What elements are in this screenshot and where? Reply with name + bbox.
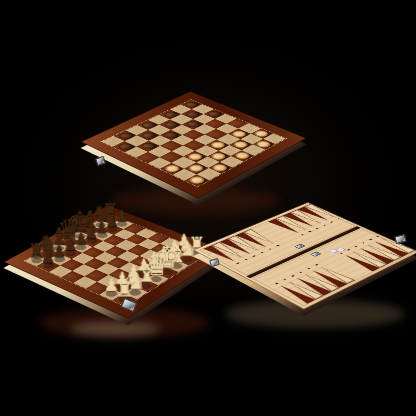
point-tip-dot: [307, 268, 310, 270]
point-tip-dot: [340, 252, 343, 254]
point-tip-dot: [268, 248, 271, 250]
backgammon-point-inner: [302, 273, 337, 291]
backgammon-point-light: [284, 280, 323, 300]
point-tip-dot: [330, 221, 333, 222]
point-tip-dot: [245, 259, 248, 261]
point-tip-dot: [276, 245, 279, 247]
backgammon-center-plate-icon: [310, 251, 321, 256]
point-tip-dot: [301, 234, 304, 236]
backgammon-point-inner: [318, 266, 353, 283]
point-tip-dot: [261, 252, 264, 254]
point-tip-dot: [369, 239, 372, 241]
backgammon-point-dark: [308, 268, 347, 287]
chess-piece-black-pawn: ♟: [34, 250, 62, 266]
dice-icon: [330, 250, 337, 253]
backgammon-point-light: [316, 265, 355, 284]
backgammon-point-light: [300, 272, 339, 292]
point-tip-dot: [315, 264, 318, 266]
chess-piece-white-rook: ♜: [110, 279, 140, 299]
checker-piece-dark: [205, 110, 223, 118]
point-tip-dot: [275, 283, 279, 285]
point-tip-dot: [283, 279, 287, 281]
point-tip-dot: [291, 275, 295, 277]
point-tip-dot: [308, 231, 311, 232]
point-tip-dot: [347, 249, 350, 251]
point-tip-dot: [323, 225, 326, 226]
checkers-square: [252, 139, 275, 150]
backgammon-center-plate-icon: [294, 244, 305, 249]
backgammon-point-light: [349, 250, 388, 268]
backgammon-point-inner: [350, 251, 385, 267]
checker-piece-light: [253, 129, 271, 137]
checkers-square: [160, 151, 184, 162]
product-photo-stage: ♜♞♝♛♚♝♞♜♟♟♟♟♟♟♟♟♟♟♟♟♟♟♟♟♜♞♝♛♚♝♞♜: [0, 0, 416, 416]
dice-icon: [338, 248, 345, 251]
backgammon-point-inner: [286, 281, 322, 299]
point-tip-dot: [354, 246, 357, 248]
chess-square: [82, 247, 105, 258]
point-tip-dot: [362, 242, 365, 244]
backgammon-point-dark: [292, 276, 331, 296]
backgammon-point-inner: [365, 244, 400, 260]
point-tip-dot: [337, 218, 340, 219]
point-tip-dot: [316, 228, 319, 229]
point-tip-dot: [236, 262, 239, 264]
point-tip-dot: [376, 236, 379, 238]
white-pieces-reflection: [70, 322, 160, 336]
point-tip-dot: [253, 255, 256, 257]
backgammon-point-dark: [341, 253, 380, 271]
point-tip-dot: [299, 271, 303, 273]
